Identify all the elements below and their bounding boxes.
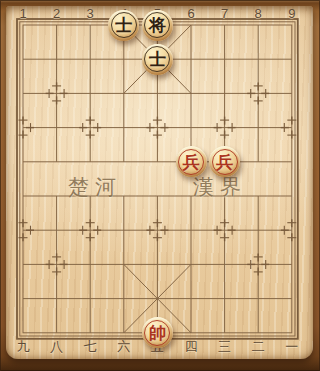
bottom-file-label: 六: [117, 340, 130, 354]
bottom-file-label: 二: [252, 340, 265, 354]
piece-black-advisor[interactable]: 士: [142, 44, 173, 75]
bottom-file-label: 七: [84, 340, 97, 354]
piece-red-soldier[interactable]: 兵: [176, 146, 207, 177]
piece-character: 士: [149, 51, 166, 68]
river-label-right: 漢界: [193, 173, 247, 201]
top-file-label: 1: [19, 7, 26, 21]
piece-character: 帥: [149, 325, 166, 342]
xiangqi-game-screen: 123456789 九八七六五四三二一 楚河 漢界 士将士兵兵帥: [0, 0, 320, 371]
piece-character: 兵: [216, 154, 233, 171]
piece-black-general[interactable]: 将: [142, 10, 173, 41]
top-file-label: 6: [187, 7, 194, 21]
bottom-file-label: 三: [218, 340, 231, 354]
bottom-file-label: 一: [285, 340, 298, 354]
piece-character: 士: [115, 17, 132, 34]
piece-black-advisor[interactable]: 士: [108, 10, 139, 41]
bottom-file-label: 八: [50, 340, 63, 354]
top-file-label: 2: [53, 7, 60, 21]
top-file-label: 3: [87, 7, 94, 21]
bottom-file-label: 四: [185, 340, 198, 354]
top-file-label: 9: [288, 7, 295, 21]
top-file-label: 8: [255, 7, 262, 21]
piece-character: 将: [149, 17, 166, 34]
top-file-label: 7: [221, 7, 228, 21]
piece-red-general[interactable]: 帥: [142, 317, 173, 348]
river-label-left: 楚河: [68, 173, 122, 201]
piece-character: 兵: [183, 154, 200, 171]
bottom-file-label: 九: [17, 340, 30, 354]
